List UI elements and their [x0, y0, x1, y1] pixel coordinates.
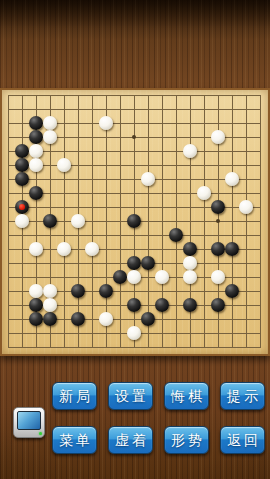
- white-stone: [29, 144, 43, 158]
- black-stone: [141, 312, 155, 326]
- black-stone: [225, 242, 239, 256]
- black-stone: [15, 158, 29, 172]
- white-stone: [43, 130, 57, 144]
- white-stone: [29, 158, 43, 172]
- black-stone: [71, 284, 85, 298]
- black-stone: [127, 298, 141, 312]
- white-stone: [99, 312, 113, 326]
- pass-button[interactable]: 虚着: [108, 426, 153, 454]
- menu-button[interactable]: 菜单: [52, 426, 97, 454]
- black-stone: [29, 130, 43, 144]
- monitor-led: [39, 432, 42, 435]
- button-row-2: 菜单 虚着 形势 返回: [52, 426, 265, 454]
- black-stone: [43, 214, 57, 228]
- back-button[interactable]: 返回: [220, 426, 265, 454]
- black-stone: [127, 214, 141, 228]
- white-stone: [85, 242, 99, 256]
- monitor-icon[interactable]: [13, 407, 45, 438]
- black-stone: [183, 298, 197, 312]
- white-stone: [155, 270, 169, 284]
- new-game-button[interactable]: 新局: [52, 382, 97, 410]
- white-stone: [43, 284, 57, 298]
- white-stone: [29, 284, 43, 298]
- black-stone: [225, 284, 239, 298]
- black-stone: [155, 298, 169, 312]
- black-stone: [15, 144, 29, 158]
- white-stone: [183, 270, 197, 284]
- black-stone: [71, 312, 85, 326]
- black-stone: [211, 242, 225, 256]
- black-stone: [113, 270, 127, 284]
- black-stone: [29, 116, 43, 130]
- black-stone: [43, 312, 57, 326]
- black-stone: [169, 228, 183, 242]
- settings-button[interactable]: 设置: [108, 382, 153, 410]
- estimate-button[interactable]: 形势: [164, 426, 209, 454]
- white-stone: [29, 242, 43, 256]
- black-stone: [15, 172, 29, 186]
- black-stone: [99, 284, 113, 298]
- white-stone: [15, 214, 29, 228]
- monitor-screen: [17, 411, 41, 430]
- white-stone: [183, 144, 197, 158]
- black-stone: [29, 186, 43, 200]
- black-stone: [29, 312, 43, 326]
- black-stone: [15, 200, 29, 214]
- white-stone: [127, 270, 141, 284]
- white-stone: [239, 200, 253, 214]
- white-stone: [225, 172, 239, 186]
- black-stone: [211, 298, 225, 312]
- app-screen: 新局 设置 悔棋 提示 菜单 虚着 形势 返回: [0, 0, 270, 479]
- white-stone: [127, 326, 141, 340]
- white-stone: [197, 186, 211, 200]
- last-move-marker: [19, 204, 25, 210]
- black-stone: [141, 256, 155, 270]
- white-stone: [71, 214, 85, 228]
- white-stone: [57, 242, 71, 256]
- white-stone: [211, 130, 225, 144]
- black-stone: [127, 256, 141, 270]
- star-point: [132, 135, 136, 139]
- star-point: [216, 219, 220, 223]
- button-row-1: 新局 设置 悔棋 提示: [52, 382, 265, 410]
- black-stone: [183, 242, 197, 256]
- undo-button[interactable]: 悔棋: [164, 382, 209, 410]
- white-stone: [141, 172, 155, 186]
- black-stone: [211, 200, 225, 214]
- white-stone: [43, 298, 57, 312]
- black-stone: [29, 298, 43, 312]
- white-stone: [183, 256, 197, 270]
- white-stone: [99, 116, 113, 130]
- white-stone: [57, 158, 71, 172]
- go-board[interactable]: [0, 88, 270, 356]
- white-stone: [43, 116, 57, 130]
- white-stone: [211, 270, 225, 284]
- hint-button[interactable]: 提示: [220, 382, 265, 410]
